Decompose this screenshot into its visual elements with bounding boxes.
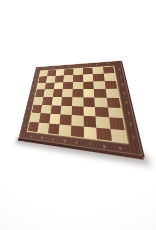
file-label-g-top: g — [96, 63, 98, 65]
chessboard: aabbccddeeffgghh1122334455667788 — [19, 60, 143, 156]
file-label-f-bottom: f — [90, 142, 92, 146]
square-h6 — [104, 81, 117, 89]
square-f1 — [83, 126, 97, 139]
file-label-b-bottom: b — [41, 136, 43, 140]
board-squares-grid — [28, 66, 128, 143]
square-e5 — [72, 89, 83, 97]
square-h1 — [110, 129, 127, 143]
square-f6 — [83, 81, 94, 89]
file-label-h-top: h — [106, 63, 108, 65]
rank-label-6-left: 6 — [33, 85, 35, 87]
square-c6 — [54, 82, 64, 89]
file-label-d-bottom: d — [63, 139, 65, 143]
square-d1 — [59, 124, 71, 136]
rank-label-2-left: 2 — [26, 115, 28, 118]
square-e1 — [71, 125, 84, 138]
file-label-a-bottom: a — [30, 135, 32, 138]
rank-label-4-right: 4 — [125, 101, 128, 104]
rank-label-1-left: 1 — [23, 124, 25, 127]
file-label-e-top: e — [77, 65, 79, 67]
square-e4 — [72, 97, 83, 106]
rank-label-6-right: 6 — [121, 83, 124, 86]
rank-label-7-right: 7 — [119, 76, 122, 78]
rank-label-1-right: 1 — [131, 135, 135, 139]
file-label-e-bottom: e — [76, 140, 78, 144]
rank-label-3-left: 3 — [28, 107, 30, 109]
square-h5 — [105, 89, 119, 98]
file-label-f-top: f — [87, 64, 88, 66]
file-label-g-bottom: g — [103, 144, 106, 148]
square-e6 — [73, 82, 83, 90]
rank-label-4-left: 4 — [29, 99, 31, 101]
rank-label-2-right: 2 — [129, 123, 133, 127]
rank-label-5-left: 5 — [31, 92, 33, 94]
square-f4 — [83, 97, 95, 106]
square-d6 — [63, 82, 73, 89]
rank-label-7-left: 7 — [34, 79, 36, 81]
square-c4 — [52, 97, 63, 105]
rank-label-5-right: 5 — [123, 92, 126, 95]
file-label-c-top: c — [60, 66, 62, 68]
square-f5 — [83, 89, 94, 97]
file-label-b-top: b — [52, 67, 54, 69]
file-label-d-top: d — [68, 65, 70, 67]
file-label-h-bottom: h — [118, 146, 122, 151]
product-photo-background: aabbccddeeffgghh1122334455667788 — [0, 0, 156, 230]
square-h4 — [106, 98, 121, 108]
square-d5 — [62, 89, 72, 97]
rank-label-8-right: 8 — [118, 68, 121, 70]
file-label-a-top: a — [44, 67, 46, 69]
square-c8 — [56, 69, 65, 76]
rank-label-3-right: 3 — [127, 111, 130, 114]
file-label-c-bottom: c — [52, 137, 54, 141]
square-c2 — [49, 114, 61, 124]
rank-label-8-left: 8 — [36, 73, 38, 75]
